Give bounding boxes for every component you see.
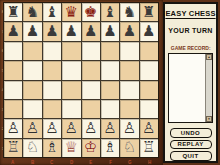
- piece-black-pawn[interactable]: ♟: [103, 24, 116, 39]
- square-f4[interactable]: [101, 81, 119, 99]
- piece-white-bishop[interactable]: ♗: [45, 140, 58, 155]
- square-h4[interactable]: [140, 81, 158, 99]
- square-d3[interactable]: [62, 100, 80, 118]
- square-b5[interactable]: [23, 61, 41, 79]
- piece-black-pawn[interactable]: ♟: [84, 24, 97, 39]
- square-g2[interactable]: ♙: [120, 119, 138, 137]
- square-h5[interactable]: [140, 61, 158, 79]
- file-label-h: H: [145, 160, 154, 165]
- piece-white-pawn[interactable]: ♙: [45, 120, 58, 135]
- piece-white-rook[interactable]: ♖: [142, 140, 155, 155]
- chess-board[interactable]: ♜♞♝♛♚♝♞♜♟♟♟♟♟♟♟♟♙♙♙♙♙♙♙♙♖♘♗♕♔♗♘♖: [3, 2, 159, 158]
- square-c3[interactable]: [43, 100, 61, 118]
- game-title: EASY CHESS: [165, 9, 215, 18]
- square-g3[interactable]: [120, 100, 138, 118]
- square-a7[interactable]: ♟: [4, 22, 22, 40]
- turn-status: YOUR TURN: [168, 27, 212, 34]
- square-e2[interactable]: ♙: [82, 119, 100, 137]
- piece-white-king[interactable]: ♔: [84, 140, 97, 155]
- piece-black-pawn[interactable]: ♟: [45, 24, 58, 39]
- square-e3[interactable]: [82, 100, 100, 118]
- file-label-f: F: [106, 160, 115, 165]
- square-d4[interactable]: [62, 81, 80, 99]
- square-f7[interactable]: ♟: [101, 22, 119, 40]
- square-a4[interactable]: [4, 81, 22, 99]
- square-g6[interactable]: [120, 42, 138, 60]
- square-h7[interactable]: ♟: [140, 22, 158, 40]
- square-a1[interactable]: ♖: [4, 139, 22, 157]
- piece-white-rook[interactable]: ♖: [6, 140, 19, 155]
- square-a2[interactable]: ♙: [4, 119, 22, 137]
- square-b7[interactable]: ♟: [23, 22, 41, 40]
- piece-black-pawn[interactable]: ♟: [142, 24, 155, 39]
- square-f6[interactable]: [101, 42, 119, 60]
- square-f8[interactable]: ♝: [101, 3, 119, 21]
- chess-board-frame: 87654321 ♜♞♝♛♚♝♞♜♟♟♟♟♟♟♟♟♙♙♙♙♙♙♙♙♖♘♗♕♔♗♘…: [0, 0, 163, 165]
- square-g7[interactable]: ♟: [120, 22, 138, 40]
- square-f1[interactable]: ♗: [101, 139, 119, 157]
- square-e5[interactable]: [82, 61, 100, 79]
- piece-black-bishop[interactable]: ♝: [103, 4, 116, 19]
- record-scrollbar[interactable]: ▲ ▼: [205, 54, 212, 122]
- easy-chess-window: 87654321 ♜♞♝♛♚♝♞♜♟♟♟♟♟♟♟♟♙♙♙♙♙♙♙♙♖♘♗♕♔♗♘…: [0, 0, 220, 165]
- square-d8[interactable]: ♛: [62, 3, 80, 21]
- game-record-list[interactable]: ▲ ▼: [168, 53, 213, 123]
- square-b8[interactable]: ♞: [23, 3, 41, 21]
- piece-white-knight[interactable]: ♘: [123, 140, 136, 155]
- square-b4[interactable]: [23, 81, 41, 99]
- square-a8[interactable]: ♜: [4, 3, 22, 21]
- square-d5[interactable]: [62, 61, 80, 79]
- piece-white-pawn[interactable]: ♙: [26, 120, 39, 135]
- game-record-label: GAME RECORD:: [171, 47, 211, 50]
- square-h8[interactable]: ♜: [140, 3, 158, 21]
- square-c7[interactable]: ♟: [43, 22, 61, 40]
- piece-black-pawn[interactable]: ♟: [6, 24, 19, 39]
- piece-white-pawn[interactable]: ♙: [84, 120, 97, 135]
- piece-black-rook[interactable]: ♜: [142, 4, 155, 19]
- piece-black-queen[interactable]: ♛: [65, 4, 78, 19]
- file-label-g: G: [125, 160, 134, 165]
- button-group: UNDO REPLAY QUIT: [170, 128, 212, 161]
- square-e7[interactable]: ♟: [82, 22, 100, 40]
- square-f3[interactable]: [101, 100, 119, 118]
- square-a3[interactable]: [4, 100, 22, 118]
- square-f5[interactable]: [101, 61, 119, 79]
- square-a6[interactable]: [4, 42, 22, 60]
- square-d2[interactable]: ♙: [62, 119, 80, 137]
- piece-black-bishop[interactable]: ♝: [45, 4, 58, 19]
- piece-white-bishop[interactable]: ♗: [103, 140, 116, 155]
- square-c2[interactable]: ♙: [43, 119, 61, 137]
- square-b2[interactable]: ♙: [23, 119, 41, 137]
- square-b1[interactable]: ♘: [23, 139, 41, 157]
- file-labels: ABCDEFGH: [3, 157, 159, 165]
- square-h1[interactable]: ♖: [140, 139, 158, 157]
- piece-black-knight[interactable]: ♞: [123, 4, 136, 19]
- side-panel: EASY CHESS YOUR TURN GAME RECORD: ▲ ▼ UN…: [163, 2, 218, 163]
- undo-button[interactable]: UNDO: [170, 128, 212, 138]
- square-e6[interactable]: [82, 42, 100, 60]
- square-h2[interactable]: ♙: [140, 119, 158, 137]
- piece-white-knight[interactable]: ♘: [26, 140, 39, 155]
- piece-white-pawn[interactable]: ♙: [65, 120, 78, 135]
- square-f2[interactable]: ♙: [101, 119, 119, 137]
- scroll-down-icon[interactable]: ▼: [206, 116, 212, 122]
- piece-black-pawn[interactable]: ♟: [26, 24, 39, 39]
- square-a5[interactable]: [4, 61, 22, 79]
- piece-white-pawn[interactable]: ♙: [103, 120, 116, 135]
- square-e8[interactable]: ♚: [82, 3, 100, 21]
- piece-white-queen[interactable]: ♕: [65, 140, 78, 155]
- piece-white-pawn[interactable]: ♙: [6, 120, 19, 135]
- square-d7[interactable]: ♟: [62, 22, 80, 40]
- piece-black-knight[interactable]: ♞: [26, 4, 39, 19]
- square-d1[interactable]: ♕: [62, 139, 80, 157]
- scrollbar-track[interactable]: [206, 60, 212, 116]
- square-e1[interactable]: ♔: [82, 139, 100, 157]
- square-c1[interactable]: ♗: [43, 139, 61, 157]
- square-b6[interactable]: [23, 42, 41, 60]
- piece-black-pawn[interactable]: ♟: [123, 24, 136, 39]
- replay-button[interactable]: REPLAY: [170, 140, 212, 150]
- file-label-d: D: [67, 160, 76, 165]
- square-c4[interactable]: [43, 81, 61, 99]
- file-label-c: C: [47, 160, 56, 165]
- file-label-b: B: [28, 160, 37, 165]
- square-c6[interactable]: [43, 42, 61, 60]
- file-label-e: E: [86, 160, 95, 165]
- square-e4[interactable]: [82, 81, 100, 99]
- square-g5[interactable]: [120, 61, 138, 79]
- square-g4[interactable]: [120, 81, 138, 99]
- square-c5[interactable]: [43, 61, 61, 79]
- square-h6[interactable]: [140, 42, 158, 60]
- square-c8[interactable]: ♝: [43, 3, 61, 21]
- square-g8[interactable]: ♞: [120, 3, 138, 21]
- quit-button[interactable]: QUIT: [170, 151, 212, 161]
- square-b3[interactable]: [23, 100, 41, 118]
- square-g1[interactable]: ♘: [120, 139, 138, 157]
- square-d6[interactable]: [62, 42, 80, 60]
- file-label-a: A: [8, 160, 17, 165]
- square-h3[interactable]: [140, 100, 158, 118]
- piece-black-pawn[interactable]: ♟: [65, 24, 78, 39]
- piece-black-king[interactable]: ♚: [84, 4, 97, 19]
- piece-black-rook[interactable]: ♜: [6, 4, 19, 19]
- piece-white-pawn[interactable]: ♙: [142, 120, 155, 135]
- piece-white-pawn[interactable]: ♙: [123, 120, 136, 135]
